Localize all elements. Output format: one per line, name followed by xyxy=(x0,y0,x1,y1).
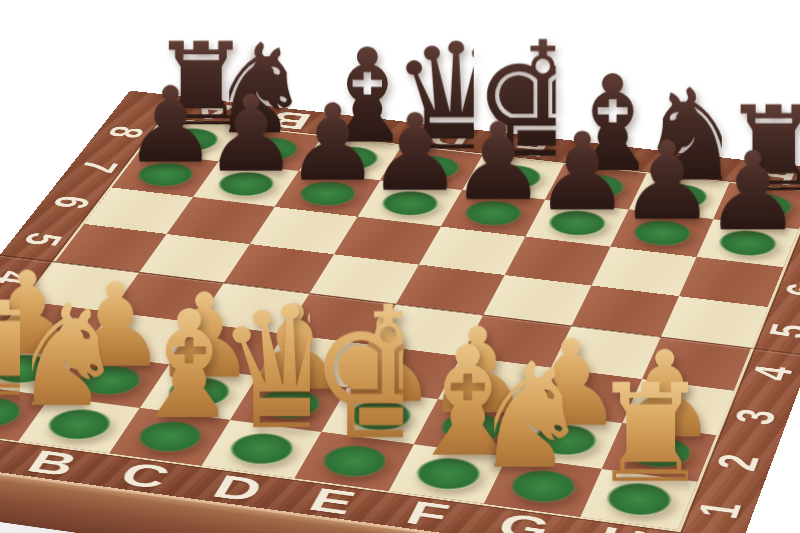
felt-pad xyxy=(543,207,612,238)
felt-pad xyxy=(70,362,149,399)
felt-pad xyxy=(39,405,120,443)
felt-pad xyxy=(211,169,282,199)
square-c3 xyxy=(169,323,284,376)
felt-pad xyxy=(293,178,363,208)
square-d5 xyxy=(310,254,419,304)
felt-pad xyxy=(621,433,697,472)
rank-label-left-8: 8 xyxy=(96,124,155,140)
felt-pad xyxy=(130,160,201,190)
felt-pad xyxy=(628,217,697,249)
felt-pad xyxy=(156,125,225,154)
felt-pad xyxy=(341,397,419,435)
photo-stage: ABCDEFGH ABCDEFGH 87654321 87654321 ♜♞♝♛… xyxy=(0,0,800,533)
felt-pad xyxy=(375,188,445,219)
felt-pad xyxy=(479,162,547,192)
rank-label-right-5: 5 xyxy=(758,321,800,341)
felt-pad xyxy=(250,385,328,422)
felt-pad xyxy=(0,394,30,432)
square-h6 xyxy=(679,257,783,307)
felt-pad xyxy=(646,181,713,212)
felt-pad xyxy=(160,374,239,411)
rank-label-right-4: 4 xyxy=(741,363,800,384)
chess-board: ABCDEFGH ABCDEFGH 87654321 87654321 ♜♞♝♛… xyxy=(0,91,800,533)
felt-pad xyxy=(130,417,210,455)
felt-pad xyxy=(0,351,62,387)
felt-pad xyxy=(397,153,465,183)
rank-label-left-5: 5 xyxy=(11,230,73,248)
rank-label-right-2: 2 xyxy=(705,451,772,473)
felt-pad xyxy=(714,227,782,259)
felt-pad xyxy=(236,134,305,163)
felt-pad xyxy=(527,421,604,460)
square-g6 xyxy=(591,247,696,296)
felt-pad xyxy=(316,144,385,173)
felt-pad xyxy=(459,198,528,229)
felt-pad xyxy=(730,191,797,222)
rank-label-left-6: 6 xyxy=(41,194,102,212)
scene: ABCDEFGH ABCDEFGH 87654321 87654321 ♜♞♝♛… xyxy=(0,0,800,533)
rank-label-right-7: 7 xyxy=(790,242,800,260)
rank-label-left-7: 7 xyxy=(69,158,129,175)
felt-pad xyxy=(600,479,678,520)
felt-pad xyxy=(409,454,488,494)
board-squares: ♜♞♝♛♚♝♞♜♟♟♟♟♟♟♟♟♟♟♟♟♟♟♟♟♜♞♝♛♚♝♞♜ xyxy=(0,118,800,530)
felt-pad xyxy=(315,442,395,481)
rank-label-right-1: 1 xyxy=(686,498,755,521)
felt-pad xyxy=(504,466,582,506)
felt-pad xyxy=(562,172,630,202)
rank-label-right-6: 6 xyxy=(774,281,800,300)
felt-pad xyxy=(433,409,510,447)
felt-pad xyxy=(222,429,302,468)
square-e2: ♟ xyxy=(322,388,438,445)
rank-label-right-3: 3 xyxy=(723,406,789,428)
